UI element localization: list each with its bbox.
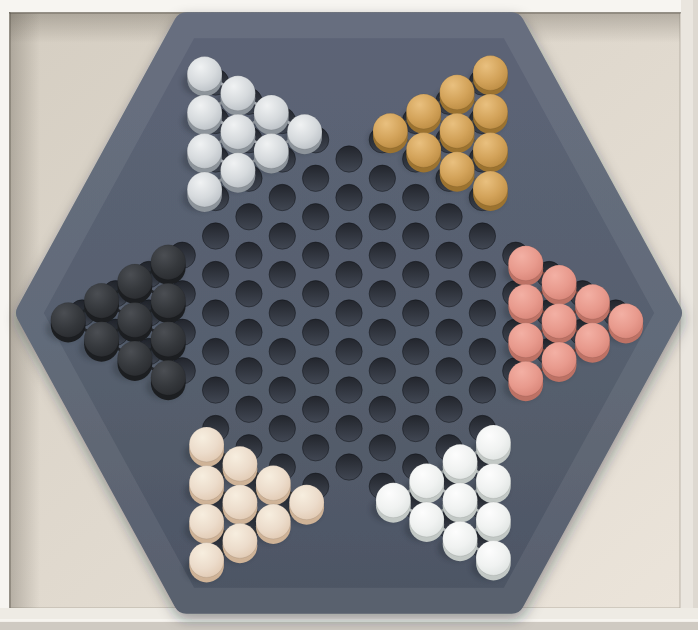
peg-top <box>473 94 508 129</box>
hole-empty[interactable] <box>369 396 395 422</box>
hole-empty[interactable] <box>336 261 362 287</box>
hole-empty[interactable] <box>269 223 295 249</box>
peg-gold[interactable] <box>473 171 508 211</box>
peg-top <box>254 95 289 130</box>
peg-top <box>221 153 256 188</box>
frame-left-lip-shadow <box>9 12 11 608</box>
hole-empty[interactable] <box>336 223 362 249</box>
peg-black[interactable] <box>51 303 86 343</box>
hole-empty[interactable] <box>236 204 262 230</box>
peg-top <box>409 464 444 499</box>
hole-empty[interactable] <box>336 377 362 403</box>
peg-white[interactable] <box>476 541 511 581</box>
hole-empty[interactable] <box>403 415 429 441</box>
peg-top <box>51 303 86 338</box>
hole-empty[interactable] <box>403 261 429 287</box>
peg-top <box>508 246 543 281</box>
peg-salmon[interactable] <box>575 284 610 324</box>
peg-black[interactable] <box>117 341 152 381</box>
peg-salmon[interactable] <box>575 323 610 363</box>
hole-empty[interactable] <box>369 435 395 461</box>
hole-empty[interactable] <box>469 223 495 249</box>
peg-blush[interactable] <box>223 485 258 525</box>
peg-top <box>256 466 291 501</box>
peg-top <box>406 94 441 129</box>
frame-top-band <box>0 0 698 12</box>
peg-salmon[interactable] <box>542 342 577 382</box>
peg-top <box>443 521 478 556</box>
peg-salmon[interactable] <box>508 323 543 363</box>
peg-top <box>254 134 289 169</box>
hole-empty[interactable] <box>369 319 395 345</box>
peg-white[interactable] <box>476 464 511 504</box>
hole-empty[interactable] <box>269 338 295 364</box>
peg-top <box>151 360 186 395</box>
peg-top <box>473 56 508 91</box>
peg-top <box>189 427 224 462</box>
hole-empty[interactable] <box>236 281 262 307</box>
hole-empty[interactable] <box>269 261 295 287</box>
peg-silver[interactable] <box>187 95 222 135</box>
peg-top <box>443 483 478 518</box>
hole-empty[interactable] <box>469 261 495 287</box>
peg-top <box>187 57 222 92</box>
peg-top <box>476 502 511 537</box>
peg-silver[interactable] <box>254 95 289 135</box>
hole-empty[interactable] <box>302 204 328 230</box>
hole-empty[interactable] <box>369 358 395 384</box>
peg-top <box>151 322 186 357</box>
peg-black[interactable] <box>84 322 119 362</box>
hole-empty[interactable] <box>236 358 262 384</box>
peg-top <box>151 245 186 280</box>
peg-top <box>84 283 119 318</box>
peg-top <box>223 446 258 481</box>
hole-empty[interactable] <box>403 223 429 249</box>
peg-silver[interactable] <box>187 57 222 97</box>
hole-empty[interactable] <box>436 358 462 384</box>
peg-top <box>508 361 543 396</box>
peg-white[interactable] <box>409 502 444 542</box>
peg-top <box>476 464 511 499</box>
peg-gold[interactable] <box>440 113 475 153</box>
peg-gold[interactable] <box>440 75 475 115</box>
peg-top <box>117 264 152 299</box>
peg-blush[interactable] <box>223 446 258 486</box>
peg-blush[interactable] <box>256 466 291 506</box>
peg-top <box>476 541 511 576</box>
peg-white[interactable] <box>476 425 511 465</box>
chinese-checkers-board-photo <box>0 0 698 630</box>
hole-empty[interactable] <box>302 396 328 422</box>
hole-empty[interactable] <box>302 242 328 268</box>
peg-top <box>542 342 577 377</box>
hole-empty[interactable] <box>469 377 495 403</box>
hole-empty[interactable] <box>202 223 228 249</box>
peg-top <box>608 304 643 339</box>
hole-empty[interactable] <box>469 300 495 326</box>
peg-white[interactable] <box>443 444 478 484</box>
peg-top <box>406 133 441 168</box>
hole-empty[interactable] <box>202 338 228 364</box>
peg-blush[interactable] <box>189 427 224 467</box>
peg-blush[interactable] <box>189 504 224 544</box>
peg-blush[interactable] <box>189 543 224 583</box>
peg-black[interactable] <box>117 303 152 343</box>
peg-top <box>476 425 511 460</box>
peg-top <box>376 483 411 518</box>
hole-empty[interactable] <box>202 377 228 403</box>
frame-right-edge <box>693 0 698 630</box>
hole-empty[interactable] <box>403 300 429 326</box>
hole-empty[interactable] <box>436 319 462 345</box>
peg-white[interactable] <box>443 483 478 523</box>
peg-top <box>473 133 508 168</box>
peg-gold[interactable] <box>473 94 508 134</box>
peg-top <box>84 322 119 357</box>
hole-empty[interactable] <box>269 377 295 403</box>
frame-bottom-highlight <box>0 619 698 622</box>
peg-white[interactable] <box>476 502 511 542</box>
peg-gold[interactable] <box>406 94 441 134</box>
hole-empty[interactable] <box>336 454 362 480</box>
peg-white[interactable] <box>409 464 444 504</box>
peg-top <box>508 284 543 319</box>
peg-top <box>287 114 322 149</box>
peg-top <box>117 341 152 376</box>
peg-top <box>187 172 222 207</box>
peg-black[interactable] <box>151 360 186 400</box>
hole-empty[interactable] <box>302 165 328 191</box>
peg-silver[interactable] <box>187 134 222 174</box>
peg-black[interactable] <box>117 264 152 304</box>
peg-top <box>289 485 324 520</box>
hole-empty[interactable] <box>336 415 362 441</box>
peg-top <box>256 504 291 539</box>
framed-chinese-checkers-set <box>0 0 698 630</box>
peg-top <box>221 114 256 149</box>
hole-empty[interactable] <box>336 338 362 364</box>
peg-silver[interactable] <box>221 114 256 154</box>
frame-bottom-edge <box>0 622 698 630</box>
peg-top <box>508 323 543 358</box>
peg-gold[interactable] <box>473 56 508 96</box>
peg-blush[interactable] <box>223 523 258 563</box>
hole-empty[interactable] <box>236 396 262 422</box>
frame-left-band <box>0 0 9 630</box>
peg-top <box>440 113 475 148</box>
hole-empty[interactable] <box>403 377 429 403</box>
peg-blush[interactable] <box>256 504 291 544</box>
peg-salmon[interactable] <box>542 265 577 305</box>
hole-empty[interactable] <box>436 396 462 422</box>
peg-top <box>223 485 258 520</box>
hole-empty[interactable] <box>369 281 395 307</box>
hole-empty[interactable] <box>336 184 362 210</box>
peg-top <box>189 504 224 539</box>
hole-empty[interactable] <box>269 184 295 210</box>
peg-silver[interactable] <box>221 153 256 193</box>
peg-top <box>473 171 508 206</box>
peg-salmon[interactable] <box>508 246 543 286</box>
hole-empty[interactable] <box>236 319 262 345</box>
hole-empty[interactable] <box>202 300 228 326</box>
peg-top <box>189 466 224 501</box>
peg-silver[interactable] <box>187 172 222 212</box>
hole-empty[interactable] <box>236 242 262 268</box>
peg-salmon[interactable] <box>508 284 543 324</box>
peg-top <box>223 523 258 558</box>
peg-top <box>189 543 224 578</box>
hole-empty[interactable] <box>202 261 228 287</box>
peg-top <box>187 134 222 169</box>
peg-top <box>575 284 610 319</box>
peg-black[interactable] <box>84 283 119 323</box>
hole-empty[interactable] <box>469 338 495 364</box>
peg-gold[interactable] <box>473 133 508 173</box>
hole-empty[interactable] <box>369 242 395 268</box>
hole-empty[interactable] <box>336 300 362 326</box>
peg-silver[interactable] <box>254 134 289 174</box>
peg-salmon[interactable] <box>542 304 577 344</box>
peg-white[interactable] <box>443 521 478 561</box>
peg-gold[interactable] <box>373 113 408 153</box>
peg-white[interactable] <box>376 483 411 523</box>
peg-gold[interactable] <box>440 152 475 192</box>
peg-top <box>221 76 256 111</box>
peg-silver[interactable] <box>221 76 256 116</box>
peg-top <box>373 113 408 148</box>
peg-salmon[interactable] <box>508 361 543 401</box>
peg-top <box>443 444 478 479</box>
peg-silver[interactable] <box>287 114 322 154</box>
hole-empty[interactable] <box>436 281 462 307</box>
hole-empty[interactable] <box>269 415 295 441</box>
peg-black[interactable] <box>151 283 186 323</box>
hole-empty[interactable] <box>369 204 395 230</box>
hole-empty[interactable] <box>436 204 462 230</box>
peg-gold[interactable] <box>406 133 441 173</box>
peg-blush[interactable] <box>289 485 324 525</box>
peg-black[interactable] <box>151 322 186 362</box>
hole-empty[interactable] <box>369 165 395 191</box>
peg-top <box>187 95 222 130</box>
peg-top <box>542 304 577 339</box>
hole-empty[interactable] <box>436 242 462 268</box>
hole-empty[interactable] <box>302 281 328 307</box>
peg-salmon[interactable] <box>608 304 643 344</box>
peg-top <box>409 502 444 537</box>
hole-empty[interactable] <box>269 300 295 326</box>
peg-top <box>117 303 152 338</box>
hole-empty[interactable] <box>302 435 328 461</box>
hole-empty[interactable] <box>403 338 429 364</box>
peg-top <box>151 283 186 318</box>
peg-top <box>575 323 610 358</box>
hole-empty[interactable] <box>403 184 429 210</box>
hole-empty[interactable] <box>336 146 362 172</box>
peg-black[interactable] <box>151 245 186 285</box>
peg-blush[interactable] <box>189 466 224 506</box>
peg-top <box>440 75 475 110</box>
hole-empty[interactable] <box>302 319 328 345</box>
peg-top <box>542 265 577 300</box>
peg-top <box>440 152 475 187</box>
hole-empty[interactable] <box>302 358 328 384</box>
